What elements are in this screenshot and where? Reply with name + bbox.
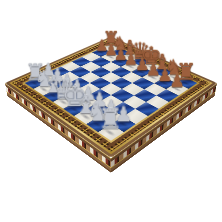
chess-board-3d: ♜♞♝♛♚♝♞♜♟♟♟♟♟♟♟♟♟♟♟♟♟♟♟♟♜♞♝♛♚♝♞♜	[5, 36, 217, 158]
board-scene: ♜♞♝♛♚♝♞♜♟♟♟♟♟♟♟♟♟♟♟♟♟♟♟♟♜♞♝♛♚♝♞♜	[0, 0, 222, 222]
frame-mosaic-ring: ♜♞♝♛♚♝♞♜♟♟♟♟♟♟♟♟♟♟♟♟♟♟♟♟♜♞♝♛♚♝♞♜	[12, 39, 210, 152]
piece-black-pawn-h7: ♟	[164, 73, 191, 90]
square-e6	[122, 72, 143, 83]
piece-white-rook-h1: ♜	[95, 106, 126, 134]
frame-gold-inner-ring: ♜♞♝♛♚♝♞♜♟♟♟♟♟♟♟♟♟♟♟♟♟♟♟♟♜♞♝♛♚♝♞♜	[22, 43, 200, 143]
chess-set-product-photo: ♜♞♝♛♚♝♞♜♟♟♟♟♟♟♟♟♟♟♟♟♟♟♟♟♜♞♝♛♚♝♞♜	[0, 0, 222, 222]
frame-gold-outer-ring: ♜♞♝♛♚♝♞♜♟♟♟♟♟♟♟♟♟♟♟♟♟♟♟♟♜♞♝♛♚♝♞♜	[9, 38, 213, 154]
board-top-face: ♜♞♝♛♚♝♞♜♟♟♟♟♟♟♟♟♟♟♟♟♟♟♟♟♜♞♝♛♚♝♞♜	[5, 36, 217, 158]
square-d5	[100, 72, 121, 83]
square-h1: ♜	[98, 124, 124, 141]
